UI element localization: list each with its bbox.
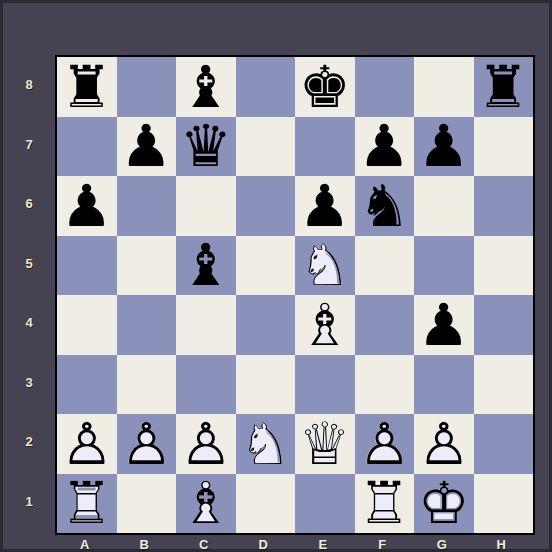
white-bishop-outline-icon: ♗ [176, 474, 236, 534]
rank-label-3: 3 [3, 353, 55, 413]
file-label-h: H [472, 537, 532, 552]
piece-white-pawn[interactable]: ♟♙ [355, 414, 415, 474]
white-rook-icon: ♜ [57, 474, 117, 534]
square-b2[interactable]: ♟♙ [117, 414, 177, 474]
square-d5[interactable] [236, 236, 296, 296]
square-f5[interactable] [355, 236, 415, 296]
white-pawn-outline-icon: ♙ [355, 414, 415, 474]
black-bishop-icon: ♝ [176, 236, 236, 296]
white-rook-outline-icon: ♖ [57, 474, 117, 534]
square-f8[interactable] [355, 57, 415, 117]
square-g3[interactable] [414, 355, 474, 415]
piece-black-pawn[interactable]: ♟ [414, 295, 474, 355]
piece-black-pawn[interactable]: ♟ [355, 117, 415, 177]
square-a4[interactable] [57, 295, 117, 355]
white-bishop-icon: ♝ [295, 295, 355, 355]
square-c7[interactable]: ♛ [176, 117, 236, 177]
piece-black-pawn[interactable]: ♟ [57, 176, 117, 236]
file-label-a: A [55, 537, 115, 552]
file-label-g: G [412, 537, 472, 552]
piece-white-pawn[interactable]: ♟♙ [117, 414, 177, 474]
piece-white-king[interactable]: ♚♔ [414, 474, 474, 534]
white-knight-icon: ♞ [295, 236, 355, 296]
chess-board: ♜♝♚♜♟♛♟♟♟♟♞♝♞♘♝♗♟♟♙♟♙♟♙♞♘♛♕♟♙♟♙♜♖♝♗♜♖♚♔ [55, 55, 535, 535]
square-b7[interactable]: ♟ [117, 117, 177, 177]
square-g6[interactable] [414, 176, 474, 236]
square-f7[interactable]: ♟ [355, 117, 415, 177]
piece-black-pawn[interactable]: ♟ [295, 176, 355, 236]
square-e1[interactable] [295, 474, 355, 534]
square-d8[interactable] [236, 57, 296, 117]
square-b6[interactable] [117, 176, 177, 236]
square-h2[interactable] [474, 414, 534, 474]
piece-black-rook[interactable]: ♜ [474, 57, 534, 117]
file-labels: ABCDEFGH [55, 537, 535, 552]
black-rook-icon: ♜ [57, 57, 117, 117]
white-king-icon: ♚ [414, 474, 474, 534]
square-g4[interactable]: ♟ [414, 295, 474, 355]
rank-label-2: 2 [3, 412, 55, 472]
piece-white-pawn[interactable]: ♟♙ [414, 414, 474, 474]
white-pawn-outline-icon: ♙ [414, 414, 474, 474]
rank-label-8: 8 [3, 55, 55, 115]
square-d7[interactable] [236, 117, 296, 177]
white-rook-icon: ♜ [355, 474, 415, 534]
white-knight-outline-icon: ♘ [236, 414, 296, 474]
square-d4[interactable] [236, 295, 296, 355]
piece-white-queen[interactable]: ♛♕ [295, 414, 355, 474]
rank-label-6: 6 [3, 174, 55, 234]
square-a1[interactable]: ♜♖ [57, 474, 117, 534]
white-pawn-outline-icon: ♙ [57, 414, 117, 474]
square-b1[interactable] [117, 474, 177, 534]
square-a5[interactable] [57, 236, 117, 296]
piece-black-queen[interactable]: ♛ [176, 117, 236, 177]
square-b4[interactable] [117, 295, 177, 355]
square-a8[interactable]: ♜ [57, 57, 117, 117]
piece-black-king[interactable]: ♚ [295, 57, 355, 117]
white-pawn-outline-icon: ♙ [176, 414, 236, 474]
square-e8[interactable]: ♚ [295, 57, 355, 117]
square-c2[interactable]: ♟♙ [176, 414, 236, 474]
piece-black-pawn[interactable]: ♟ [414, 117, 474, 177]
white-bishop-icon: ♝ [176, 474, 236, 534]
square-e3[interactable] [295, 355, 355, 415]
square-e7[interactable] [295, 117, 355, 177]
piece-black-pawn[interactable]: ♟ [117, 117, 177, 177]
rank-label-1: 1 [3, 472, 55, 532]
white-pawn-outline-icon: ♙ [117, 414, 177, 474]
black-king-icon: ♚ [295, 57, 355, 117]
square-b8[interactable] [117, 57, 177, 117]
black-pawn-icon: ♟ [414, 295, 474, 355]
black-pawn-icon: ♟ [414, 117, 474, 177]
square-c3[interactable] [176, 355, 236, 415]
piece-white-bishop[interactable]: ♝♗ [176, 474, 236, 534]
square-f2[interactable]: ♟♙ [355, 414, 415, 474]
square-b5[interactable] [117, 236, 177, 296]
square-h5[interactable] [474, 236, 534, 296]
piece-black-rook[interactable]: ♜ [57, 57, 117, 117]
black-bishop-icon: ♝ [176, 57, 236, 117]
square-f1[interactable]: ♜♖ [355, 474, 415, 534]
file-label-b: B [115, 537, 175, 552]
square-d3[interactable] [236, 355, 296, 415]
white-pawn-icon: ♟ [414, 414, 474, 474]
square-e4[interactable]: ♝♗ [295, 295, 355, 355]
black-pawn-icon: ♟ [117, 117, 177, 177]
square-h1[interactable] [474, 474, 534, 534]
piece-black-knight[interactable]: ♞ [355, 176, 415, 236]
piece-black-bishop[interactable]: ♝ [176, 57, 236, 117]
white-king-outline-icon: ♔ [414, 474, 474, 534]
white-queen-icon: ♛ [295, 414, 355, 474]
square-g5[interactable] [414, 236, 474, 296]
black-knight-icon: ♞ [355, 176, 415, 236]
white-rook-outline-icon: ♖ [355, 474, 415, 534]
square-f4[interactable] [355, 295, 415, 355]
square-c5[interactable]: ♝ [176, 236, 236, 296]
square-d2[interactable]: ♞♘ [236, 414, 296, 474]
square-h4[interactable] [474, 295, 534, 355]
rank-labels: 87654321 [3, 55, 55, 535]
chess-board-frame: 87654321 ♜♝♚♜♟♛♟♟♟♟♞♝♞♘♝♗♟♟♙♟♙♟♙♞♘♛♕♟♙♟♙… [0, 0, 552, 552]
square-d6[interactable] [236, 176, 296, 236]
piece-white-knight[interactable]: ♞♘ [236, 414, 296, 474]
white-pawn-icon: ♟ [355, 414, 415, 474]
square-h8[interactable]: ♜ [474, 57, 534, 117]
square-g1[interactable]: ♚♔ [414, 474, 474, 534]
black-queen-icon: ♛ [176, 117, 236, 177]
file-label-d: D [234, 537, 294, 552]
piece-white-rook[interactable]: ♜♖ [355, 474, 415, 534]
square-a2[interactable]: ♟♙ [57, 414, 117, 474]
rank-label-7: 7 [3, 115, 55, 175]
square-c4[interactable] [176, 295, 236, 355]
square-g2[interactable]: ♟♙ [414, 414, 474, 474]
white-knight-outline-icon: ♘ [295, 236, 355, 296]
square-a6[interactable]: ♟ [57, 176, 117, 236]
file-label-e: E [293, 537, 353, 552]
square-c1[interactable]: ♝♗ [176, 474, 236, 534]
square-a7[interactable] [57, 117, 117, 177]
file-label-c: C [174, 537, 234, 552]
black-pawn-icon: ♟ [355, 117, 415, 177]
rank-label-4: 4 [3, 293, 55, 353]
black-rook-icon: ♜ [474, 57, 534, 117]
black-pawn-icon: ♟ [295, 176, 355, 236]
square-f6[interactable]: ♞ [355, 176, 415, 236]
file-label-f: F [353, 537, 413, 552]
white-queen-outline-icon: ♕ [295, 414, 355, 474]
white-pawn-icon: ♟ [57, 414, 117, 474]
square-a3[interactable] [57, 355, 117, 415]
black-pawn-icon: ♟ [57, 176, 117, 236]
square-b3[interactable] [117, 355, 177, 415]
piece-white-bishop[interactable]: ♝♗ [295, 295, 355, 355]
white-pawn-icon: ♟ [117, 414, 177, 474]
square-e6[interactable]: ♟ [295, 176, 355, 236]
rank-label-5: 5 [3, 234, 55, 294]
square-f3[interactable] [355, 355, 415, 415]
square-h6[interactable] [474, 176, 534, 236]
square-e2[interactable]: ♛♕ [295, 414, 355, 474]
piece-white-pawn[interactable]: ♟♙ [176, 414, 236, 474]
square-c6[interactable] [176, 176, 236, 236]
white-bishop-outline-icon: ♗ [295, 295, 355, 355]
square-g7[interactable]: ♟ [414, 117, 474, 177]
square-d1[interactable] [236, 474, 296, 534]
square-c8[interactable]: ♝ [176, 57, 236, 117]
white-pawn-icon: ♟ [176, 414, 236, 474]
square-g8[interactable] [414, 57, 474, 117]
square-h3[interactable] [474, 355, 534, 415]
piece-white-rook[interactable]: ♜♖ [57, 474, 117, 534]
piece-white-pawn[interactable]: ♟♙ [57, 414, 117, 474]
square-h7[interactable] [474, 117, 534, 177]
piece-black-bishop[interactable]: ♝ [176, 236, 236, 296]
square-e5[interactable]: ♞♘ [295, 236, 355, 296]
white-knight-icon: ♞ [236, 414, 296, 474]
piece-white-knight[interactable]: ♞♘ [295, 236, 355, 296]
